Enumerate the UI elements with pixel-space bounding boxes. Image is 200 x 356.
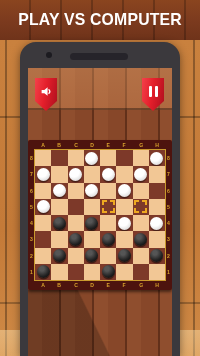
square-a5[interactable] <box>35 199 51 215</box>
square-d5[interactable] <box>84 199 100 215</box>
file-label-b: B <box>52 281 66 289</box>
square-b2[interactable] <box>51 248 67 264</box>
rank-label-6: 6 <box>166 184 172 198</box>
white-piece[interactable] <box>134 168 147 181</box>
square-h2[interactable] <box>149 248 165 264</box>
square-e1[interactable] <box>100 264 116 280</box>
rank-label-2: 2 <box>29 249 35 263</box>
square-h4[interactable] <box>149 215 165 231</box>
file-label-c: C <box>69 281 83 289</box>
rank-label-5: 5 <box>166 200 172 214</box>
white-piece[interactable] <box>85 152 98 165</box>
square-d7[interactable] <box>84 166 100 182</box>
square-a4[interactable] <box>35 215 51 231</box>
square-b1[interactable] <box>51 264 67 280</box>
camera-dot <box>46 52 52 58</box>
file-labels-top: ABCDEFGH <box>35 140 165 149</box>
rank-label-1: 1 <box>29 265 35 279</box>
speaker-slot <box>70 53 128 60</box>
file-label-c: C <box>69 141 83 149</box>
square-f7[interactable] <box>116 166 132 182</box>
page-title: PLAY VS COMPUTER <box>18 10 182 30</box>
black-piece[interactable] <box>37 265 50 278</box>
white-piece[interactable] <box>118 184 131 197</box>
file-label-g: G <box>134 281 148 289</box>
square-b3[interactable] <box>51 231 67 247</box>
white-piece[interactable] <box>37 168 50 181</box>
rank-label-8: 8 <box>29 151 35 165</box>
square-e5[interactable] <box>100 199 116 215</box>
square-g3[interactable] <box>133 231 149 247</box>
square-d4[interactable] <box>84 215 100 231</box>
rank-label-6: 6 <box>29 184 35 198</box>
file-label-f: F <box>117 281 131 289</box>
square-c1[interactable] <box>68 264 84 280</box>
black-piece[interactable] <box>118 249 131 262</box>
rank-label-7: 7 <box>166 167 172 181</box>
square-f4[interactable] <box>116 215 132 231</box>
file-label-a: A <box>36 141 50 149</box>
square-f5[interactable] <box>116 199 132 215</box>
square-a8[interactable] <box>35 150 51 166</box>
square-d1[interactable] <box>84 264 100 280</box>
square-e3[interactable] <box>100 231 116 247</box>
square-d2[interactable] <box>84 248 100 264</box>
square-g8[interactable] <box>133 150 149 166</box>
square-g5[interactable] <box>133 199 149 215</box>
board-shadow <box>28 290 172 356</box>
square-b4[interactable] <box>51 215 67 231</box>
move-highlight[interactable] <box>134 200 147 213</box>
black-piece[interactable] <box>102 265 115 278</box>
square-f8[interactable] <box>116 150 132 166</box>
square-g4[interactable] <box>133 215 149 231</box>
black-piece[interactable] <box>85 217 98 230</box>
rank-label-4: 4 <box>29 216 35 230</box>
square-a3[interactable] <box>35 231 51 247</box>
square-b5[interactable] <box>51 199 67 215</box>
rank-labels-right: 87654321 <box>165 150 172 280</box>
square-g1[interactable] <box>133 264 149 280</box>
black-piece[interactable] <box>150 249 163 262</box>
square-h5[interactable] <box>149 199 165 215</box>
speaker-icon <box>40 85 53 98</box>
square-g7[interactable] <box>133 166 149 182</box>
square-c6[interactable] <box>68 183 84 199</box>
white-piece[interactable] <box>37 200 50 213</box>
file-label-a: A <box>36 281 50 289</box>
rank-label-3: 3 <box>166 232 172 246</box>
rank-label-8: 8 <box>166 151 172 165</box>
rank-label-2: 2 <box>166 249 172 263</box>
square-e8[interactable] <box>100 150 116 166</box>
file-label-e: E <box>101 281 115 289</box>
pause-icon <box>149 86 158 111</box>
rank-label-7: 7 <box>29 167 35 181</box>
file-label-h: H <box>150 141 164 149</box>
square-g2[interactable] <box>133 248 149 264</box>
square-h8[interactable] <box>149 150 165 166</box>
square-c5[interactable] <box>68 199 84 215</box>
white-piece[interactable] <box>69 168 82 181</box>
white-piece[interactable] <box>118 217 131 230</box>
file-label-h: H <box>150 281 164 289</box>
black-piece[interactable] <box>134 233 147 246</box>
black-piece[interactable] <box>53 217 66 230</box>
square-e2[interactable] <box>100 248 116 264</box>
square-c4[interactable] <box>68 215 84 231</box>
white-piece[interactable] <box>150 152 163 165</box>
file-labels-bottom: ABCDEFGH <box>35 280 165 289</box>
square-h3[interactable] <box>149 231 165 247</box>
square-d8[interactable] <box>84 150 100 166</box>
title-banner: PLAY VS COMPUTER <box>0 0 200 40</box>
game-screen: ABCDEFGH 87654321 87654321 ABCDEFGH <box>28 68 172 356</box>
square-e6[interactable] <box>100 183 116 199</box>
board-grid <box>35 150 165 280</box>
square-c2[interactable] <box>68 248 84 264</box>
checkers-board: ABCDEFGH 87654321 87654321 ABCDEFGH <box>28 140 172 290</box>
square-c3[interactable] <box>68 231 84 247</box>
square-f1[interactable] <box>116 264 132 280</box>
white-piece[interactable] <box>102 168 115 181</box>
square-a1[interactable] <box>35 264 51 280</box>
file-label-d: D <box>85 281 99 289</box>
phone-frame: ABCDEFGH 87654321 87654321 ABCDEFGH <box>20 42 180 356</box>
file-label-b: B <box>52 141 66 149</box>
rank-label-3: 3 <box>29 232 35 246</box>
square-a6[interactable] <box>35 183 51 199</box>
white-piece[interactable] <box>85 184 98 197</box>
square-b6[interactable] <box>51 183 67 199</box>
square-f2[interactable] <box>116 248 132 264</box>
rank-labels-left: 87654321 <box>28 150 35 280</box>
app-screenshot: PLAY VS COMPUTER ABCDEFGH 87654321 876 <box>0 0 200 356</box>
black-piece[interactable] <box>102 233 115 246</box>
white-piece[interactable] <box>53 184 66 197</box>
square-d3[interactable] <box>84 231 100 247</box>
square-f6[interactable] <box>116 183 132 199</box>
file-label-d: D <box>85 141 99 149</box>
square-e7[interactable] <box>100 166 116 182</box>
square-g6[interactable] <box>133 183 149 199</box>
black-piece[interactable] <box>85 249 98 262</box>
square-d6[interactable] <box>84 183 100 199</box>
square-a2[interactable] <box>35 248 51 264</box>
square-h7[interactable] <box>149 166 165 182</box>
file-label-e: E <box>101 141 115 149</box>
square-c8[interactable] <box>68 150 84 166</box>
square-f3[interactable] <box>116 231 132 247</box>
move-highlight[interactable] <box>102 200 115 213</box>
square-c7[interactable] <box>68 166 84 182</box>
square-h1[interactable] <box>149 264 165 280</box>
rank-label-1: 1 <box>166 265 172 279</box>
square-h6[interactable] <box>149 183 165 199</box>
white-piece[interactable] <box>150 217 163 230</box>
rank-label-5: 5 <box>29 200 35 214</box>
square-e4[interactable] <box>100 215 116 231</box>
square-a7[interactable] <box>35 166 51 182</box>
black-piece[interactable] <box>53 249 66 262</box>
file-label-g: G <box>134 141 148 149</box>
square-b8[interactable] <box>51 150 67 166</box>
rank-label-4: 4 <box>166 216 172 230</box>
square-b7[interactable] <box>51 166 67 182</box>
file-label-f: F <box>117 141 131 149</box>
black-piece[interactable] <box>69 233 82 246</box>
